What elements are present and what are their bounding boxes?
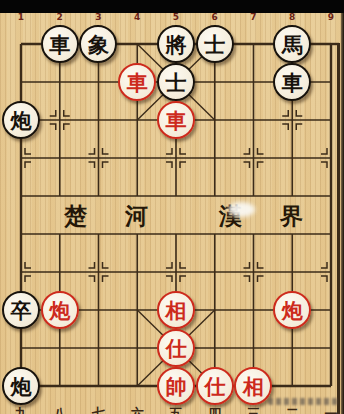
piece-black-elephant[interactable]: 象 <box>79 25 117 63</box>
piece-red-elephant[interactable]: 相 <box>234 367 272 405</box>
top-column-label-3: 3 <box>92 12 106 22</box>
piece-red-cannon[interactable]: 炮 <box>273 291 311 329</box>
piece-grid: 車象將士馬車士車炮車卒炮相炮仕炮帥仕相 <box>2 25 344 405</box>
bottom-column-label: 一 <box>323 405 339 414</box>
piece-black-horse[interactable]: 馬 <box>273 25 311 63</box>
board-point: 將 <box>157 25 196 63</box>
board-point: 炮 <box>2 367 41 405</box>
board-point: 炮 <box>273 291 312 329</box>
bottom-column-label: 九 <box>13 405 29 414</box>
bottom-column-label: 二 <box>284 405 300 414</box>
piece-red-cannon[interactable]: 炮 <box>41 291 79 329</box>
piece-black-cannon[interactable]: 炮 <box>2 367 40 405</box>
piece-black-chariot[interactable]: 車 <box>41 25 79 63</box>
board-point: 仕 <box>195 367 234 405</box>
piece-black-advisor[interactable]: 士 <box>196 25 234 63</box>
board-point: 士 <box>195 25 234 63</box>
board-point: 相 <box>157 291 196 329</box>
bottom-column-label: 七 <box>91 405 107 414</box>
board-point: 仕 <box>157 329 196 367</box>
bottom-column-label: 六 <box>129 405 145 414</box>
top-column-label-7: 7 <box>247 12 261 22</box>
board-point: 車 <box>118 63 157 101</box>
xiangqi-board-photo: 123456789 九八七六五四三二一 楚 河 漢 界 車象將士馬車士車炮車卒炮… <box>0 0 344 414</box>
piece-black-cannon[interactable]: 炮 <box>2 101 40 139</box>
top-column-label-6: 6 <box>208 12 222 22</box>
board-point: 相 <box>234 367 273 405</box>
piece-black-soldier[interactable]: 卒 <box>2 291 40 329</box>
piece-red-advisor[interactable]: 仕 <box>196 367 234 405</box>
board-point: 馬 <box>273 25 312 63</box>
top-column-label-1: 1 <box>14 12 28 22</box>
top-column-label-9: 9 <box>324 12 338 22</box>
board-point: 士 <box>157 63 196 101</box>
bottom-column-label: 三 <box>246 405 262 414</box>
bottom-column-label: 四 <box>207 405 223 414</box>
board-point: 卒 <box>2 291 41 329</box>
top-column-label-2: 2 <box>53 12 67 22</box>
board-point: 炮 <box>2 101 41 139</box>
bottom-column-label: 八 <box>52 405 68 414</box>
top-column-label-4: 4 <box>130 12 144 22</box>
top-column-label-8: 8 <box>285 12 299 22</box>
board-point: 炮 <box>40 291 79 329</box>
piece-black-chariot[interactable]: 車 <box>273 63 311 101</box>
board-point: 車 <box>40 25 79 63</box>
top-column-label-5: 5 <box>169 12 183 22</box>
piece-red-advisor[interactable]: 仕 <box>157 329 195 367</box>
piece-red-chariot[interactable]: 車 <box>118 63 156 101</box>
piece-black-advisor[interactable]: 士 <box>157 63 195 101</box>
board-point: 車 <box>273 63 312 101</box>
board-point: 象 <box>79 25 118 63</box>
piece-red-general[interactable]: 帥 <box>157 367 195 405</box>
piece-red-chariot[interactable]: 車 <box>157 101 195 139</box>
top-black-bar <box>0 0 344 13</box>
bottom-column-label: 五 <box>168 405 184 414</box>
board-point: 車 <box>157 101 196 139</box>
board-point: 帥 <box>157 367 196 405</box>
piece-black-general[interactable]: 將 <box>157 25 195 63</box>
piece-red-elephant[interactable]: 相 <box>157 291 195 329</box>
watermark <box>268 398 338 405</box>
